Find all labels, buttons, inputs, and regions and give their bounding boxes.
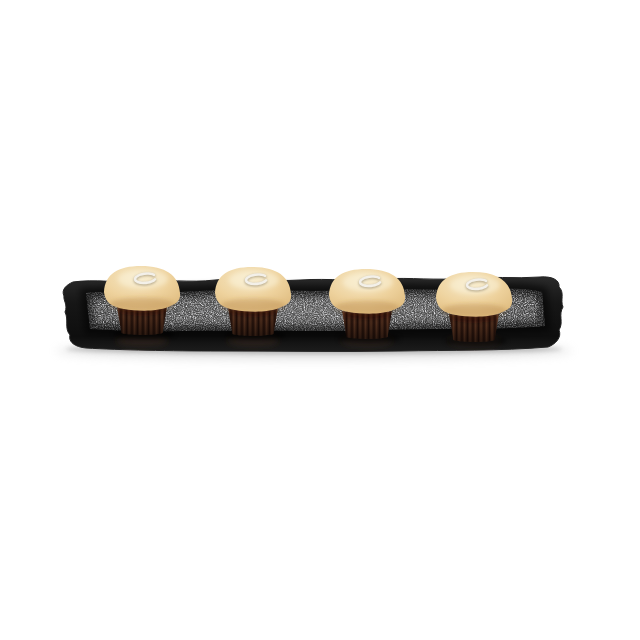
photo-canvas	[0, 0, 640, 640]
frosting-base-shade	[221, 299, 285, 312]
frosting-base-shade	[110, 298, 174, 311]
cupcake-tray-photo	[0, 0, 640, 640]
frosting-base-shade	[335, 301, 399, 314]
frosting-top-sheen	[118, 270, 168, 289]
frosting-top-sheen	[229, 271, 279, 290]
frosting-base-shade	[442, 304, 506, 317]
frosting-top-sheen	[343, 273, 393, 292]
frosting-top-sheen	[450, 276, 500, 295]
